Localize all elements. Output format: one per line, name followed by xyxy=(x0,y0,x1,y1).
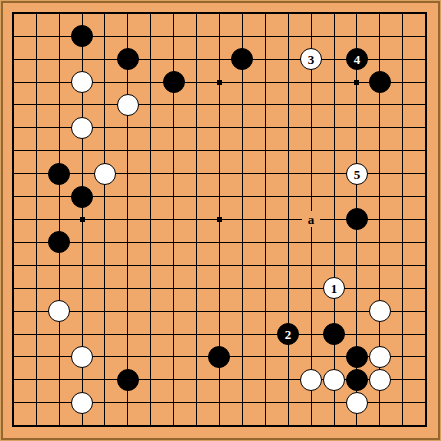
labels-layer: a xyxy=(0,0,441,441)
point-label-a[interactable]: a xyxy=(302,211,320,227)
go-board[interactable]: 34512 a xyxy=(0,0,441,441)
